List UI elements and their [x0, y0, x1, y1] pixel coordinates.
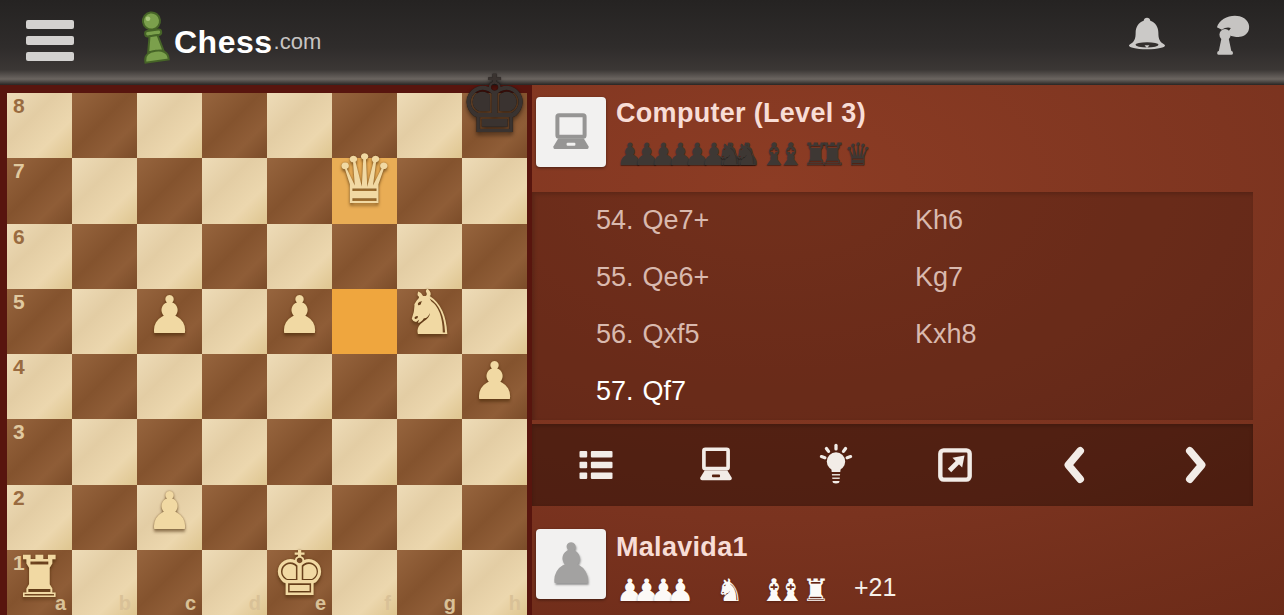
square-e3[interactable] — [267, 419, 332, 484]
square-g3[interactable] — [397, 419, 462, 484]
laptop-icon — [547, 108, 595, 156]
square-g5[interactable]: ♞ — [397, 289, 462, 354]
square-g4[interactable] — [397, 354, 462, 419]
square-c4[interactable] — [137, 354, 202, 419]
next-move-button[interactable] — [1171, 441, 1219, 489]
chess-board[interactable]: 8♚7♛65♟♟♞4♟32♟1a♜bcde♚fgh — [0, 85, 532, 615]
player-bottom-captured-pieces: ♟♟♟♟♞♝♝♜+21 — [616, 572, 896, 606]
black-move[interactable]: Kxh8 — [915, 319, 977, 350]
white-pawn-h4[interactable]: ♟ — [462, 348, 527, 413]
square-g7[interactable] — [397, 158, 462, 223]
hint-button[interactable] — [812, 441, 860, 489]
move-row-57[interactable]: 57.Qf7 — [532, 363, 1253, 420]
menu-button[interactable] — [26, 20, 74, 64]
square-c3[interactable] — [137, 419, 202, 484]
square-c2[interactable]: ♟ — [137, 485, 202, 550]
square-f5[interactable] — [332, 289, 397, 354]
player-top-name: Computer (Level 3) — [616, 98, 866, 129]
square-e7[interactable] — [267, 158, 332, 223]
file-label-b: b — [119, 593, 131, 613]
rank-label-3: 3 — [13, 421, 25, 442]
captured-bishop-group: ♝♝ — [760, 139, 802, 170]
square-c5[interactable]: ♟ — [137, 289, 202, 354]
captured-pawn-icon: ♟ — [666, 575, 694, 606]
square-d4[interactable] — [202, 354, 267, 419]
black-move[interactable]: Kg7 — [915, 262, 963, 293]
square-c6[interactable] — [137, 224, 202, 289]
captured-knight-icon: ♞ — [733, 139, 761, 170]
square-d5[interactable] — [202, 289, 267, 354]
square-f6[interactable] — [332, 224, 397, 289]
material-advantage: +21 — [854, 573, 896, 606]
white-move[interactable]: Qe6+ — [643, 262, 710, 293]
square-b7[interactable] — [72, 158, 137, 223]
square-h4[interactable]: ♟ — [462, 354, 527, 419]
captured-rook-icon: ♜ — [802, 575, 830, 606]
white-pawn-e5[interactable]: ♟ — [267, 283, 332, 348]
square-e4[interactable] — [267, 354, 332, 419]
black-king-h8[interactable]: ♚ — [462, 72, 527, 137]
square-b8[interactable] — [72, 93, 137, 158]
hamburger-icon — [26, 20, 74, 29]
laptop-icon — [694, 443, 738, 487]
flip-expand-icon — [933, 443, 977, 487]
square-e5[interactable]: ♟ — [267, 289, 332, 354]
square-f1[interactable]: f — [332, 550, 397, 615]
lightbulb-icon — [813, 442, 859, 488]
app-header: Chess .com — [0, 0, 1284, 85]
player-top-captured-pieces: ♟♟♟♟♟♟♟♟♞♞♝♝♜♜♛ — [616, 136, 872, 170]
move-number: 57. — [596, 376, 634, 407]
move-list-button[interactable] — [572, 441, 620, 489]
square-d8[interactable] — [202, 93, 267, 158]
white-queen-f7[interactable]: ♛ — [332, 146, 397, 211]
file-label-h: h — [509, 593, 521, 613]
file-label-g: g — [444, 593, 456, 613]
square-e1[interactable]: e♚ — [267, 550, 332, 615]
move-list[interactable]: 54.Qe7+Kh655.Qe6+Kg756.Qxf5Kxh857.Qf7 — [532, 192, 1253, 420]
player-top-avatar[interactable] — [536, 97, 606, 167]
square-a2[interactable]: 2 — [7, 485, 72, 550]
white-king-e1[interactable]: ♚ — [267, 542, 332, 607]
previous-move-button[interactable] — [1051, 441, 1099, 489]
play-move-button[interactable] — [1206, 10, 1256, 60]
rank-label-5: 5 — [13, 291, 25, 312]
white-move[interactable]: Qf7 — [643, 376, 687, 407]
square-f2[interactable] — [332, 485, 397, 550]
player-bottom-avatar[interactable]: ♟ — [536, 529, 606, 599]
square-a4[interactable]: 4 — [7, 354, 72, 419]
captured-bishop-icon: ♝ — [777, 575, 805, 606]
square-d7[interactable] — [202, 158, 267, 223]
captured-rook-group: ♜♜ — [802, 139, 844, 170]
square-g1[interactable]: g — [397, 550, 462, 615]
captured-bishop-group: ♝♝ — [760, 575, 802, 606]
captured-pawn-group: ♟♟♟♟♟♟♟♟ — [616, 139, 716, 170]
square-h2[interactable] — [462, 485, 527, 550]
square-h8[interactable]: ♚ — [462, 93, 527, 158]
move-number: 54. — [596, 205, 634, 236]
move-row-56[interactable]: 56.Qxf5Kxh8 — [532, 306, 1253, 363]
square-h3[interactable] — [462, 419, 527, 484]
square-f4[interactable] — [332, 354, 397, 419]
move-number: 56. — [596, 319, 634, 350]
square-b1[interactable]: b — [72, 550, 137, 615]
square-a5[interactable]: 5 — [7, 289, 72, 354]
captured-pawn-group: ♟♟♟♟ — [616, 575, 716, 606]
captured-rook-group: ♜ — [802, 575, 844, 606]
white-knight-g5[interactable]: ♞ — [397, 281, 462, 346]
square-c7[interactable] — [137, 158, 202, 223]
black-move[interactable]: Kh6 — [915, 205, 963, 236]
square-a6[interactable]: 6 — [7, 224, 72, 289]
square-f7[interactable]: ♛ — [332, 158, 397, 223]
player-bottom-name: Malavida1 — [616, 532, 748, 563]
notifications-button[interactable] — [1126, 13, 1168, 57]
chevron-left-icon — [1057, 444, 1093, 486]
rank-label-8: 8 — [13, 95, 25, 116]
board-grid: 8♚7♛65♟♟♞4♟32♟1a♜bcde♚fgh — [7, 93, 527, 615]
square-a1[interactable]: 1a♜ — [7, 550, 72, 615]
square-a3[interactable]: 3 — [7, 419, 72, 484]
game-toolbar — [532, 424, 1253, 506]
move-row-55[interactable]: 55.Qe6+Kg7 — [532, 249, 1253, 306]
move-row-54[interactable]: 54.Qe7+Kh6 — [532, 192, 1253, 249]
square-h7[interactable] — [462, 158, 527, 223]
square-d1[interactable]: d — [202, 550, 267, 615]
square-b4[interactable] — [72, 354, 137, 419]
square-c1[interactable]: c — [137, 550, 202, 615]
square-h1[interactable]: h — [462, 550, 527, 615]
rank-label-7: 7 — [13, 160, 25, 181]
white-pawn-c5[interactable]: ♟ — [137, 283, 202, 348]
square-d6[interactable] — [202, 224, 267, 289]
square-h5[interactable] — [462, 289, 527, 354]
header-actions — [1126, 10, 1256, 60]
file-label-f: f — [384, 593, 391, 613]
square-h6[interactable] — [462, 224, 527, 289]
white-rook-a1[interactable]: ♜ — [7, 545, 72, 610]
pawn-avatar-icon: ♟ — [546, 536, 596, 592]
white-pawn-c2[interactable]: ♟ — [137, 479, 202, 544]
square-g2[interactable] — [397, 485, 462, 550]
logo-text: Chess — [174, 24, 273, 61]
logo-pawn-icon — [132, 7, 176, 71]
square-e8[interactable] — [267, 93, 332, 158]
square-d3[interactable] — [202, 419, 267, 484]
square-b5[interactable] — [72, 289, 137, 354]
captured-knight-group: ♞ — [716, 575, 760, 606]
square-g8[interactable] — [397, 93, 462, 158]
list-icon — [574, 443, 618, 487]
square-f3[interactable] — [332, 419, 397, 484]
captured-queen-group: ♛ — [844, 139, 872, 170]
flip-board-button[interactable] — [931, 441, 979, 489]
white-move[interactable]: Qe7+ — [643, 205, 710, 236]
file-label-c: c — [185, 593, 196, 613]
captured-queen-icon: ♛ — [844, 139, 872, 170]
square-b6[interactable] — [72, 224, 137, 289]
rank-label-6: 6 — [13, 226, 25, 247]
captured-bishop-icon: ♝ — [777, 139, 805, 170]
chevron-right-icon — [1177, 444, 1213, 486]
white-move[interactable]: Qxf5 — [643, 319, 700, 350]
rank-label-4: 4 — [13, 356, 25, 377]
rank-label-2: 2 — [13, 487, 25, 508]
file-label-d: d — [249, 593, 261, 613]
move-number: 55. — [596, 262, 634, 293]
bell-icon — [1126, 13, 1168, 57]
app-logo[interactable]: Chess .com — [136, 6, 321, 78]
square-c8[interactable] — [137, 93, 202, 158]
square-b2[interactable] — [72, 485, 137, 550]
captured-rook-icon: ♜ — [819, 139, 847, 170]
square-a8[interactable]: 8 — [7, 93, 72, 158]
hand-holding-pawn-icon — [1206, 10, 1256, 60]
logo-tld: .com — [274, 29, 322, 55]
square-a7[interactable]: 7 — [7, 158, 72, 223]
square-e6[interactable] — [267, 224, 332, 289]
computer-button[interactable] — [692, 441, 740, 489]
square-b3[interactable] — [72, 419, 137, 484]
chess-app-screen: Chess .com — [0, 0, 1284, 615]
captured-knight-group: ♞♞ — [716, 139, 760, 170]
captured-knight-icon: ♞ — [716, 575, 744, 606]
square-d2[interactable] — [202, 485, 267, 550]
